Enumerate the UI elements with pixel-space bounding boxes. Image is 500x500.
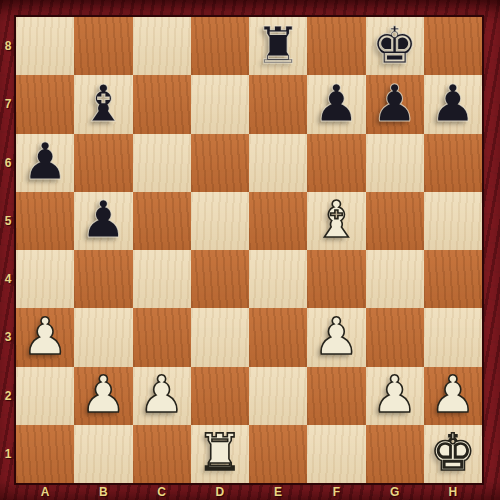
- square-g4[interactable]: [366, 250, 424, 308]
- square-f6[interactable]: [307, 134, 365, 192]
- square-c3[interactable]: [133, 308, 191, 366]
- file-label-g: G: [366, 483, 424, 500]
- square-b7[interactable]: ♝: [74, 75, 132, 133]
- square-b2[interactable]: ♟: [74, 367, 132, 425]
- square-e6[interactable]: [249, 134, 307, 192]
- square-f2[interactable]: [307, 367, 365, 425]
- square-c7[interactable]: [133, 75, 191, 133]
- square-d5[interactable]: [191, 192, 249, 250]
- square-h3[interactable]: [424, 308, 482, 366]
- file-label-h: H: [424, 483, 482, 500]
- square-g7[interactable]: ♟: [366, 75, 424, 133]
- square-h1[interactable]: ♚: [424, 425, 482, 483]
- rank-label-7: 7: [0, 75, 16, 133]
- square-h4[interactable]: [424, 250, 482, 308]
- piece-black-pawn[interactable]: ♟: [314, 78, 360, 129]
- chess-app: ♜♚♝♟♟♟♟♟♝♟♟♟♟♟♟♜♚ 87654321ABCDEFGH: [0, 0, 500, 500]
- square-c5[interactable]: [133, 192, 191, 250]
- square-h8[interactable]: [424, 17, 482, 75]
- piece-white-rook[interactable]: ♜: [197, 427, 243, 478]
- square-b5[interactable]: ♟: [74, 192, 132, 250]
- piece-black-pawn[interactable]: ♟: [81, 194, 127, 245]
- rank-label-5: 5: [0, 192, 16, 250]
- square-b1[interactable]: [74, 425, 132, 483]
- piece-black-rook[interactable]: ♜: [255, 20, 301, 71]
- square-c1[interactable]: [133, 425, 191, 483]
- square-g1[interactable]: [366, 425, 424, 483]
- square-d7[interactable]: [191, 75, 249, 133]
- piece-white-bishop[interactable]: ♝: [314, 194, 360, 245]
- square-c2[interactable]: ♟: [133, 367, 191, 425]
- rank-label-8: 8: [0, 17, 16, 75]
- square-d1[interactable]: ♜: [191, 425, 249, 483]
- square-e5[interactable]: [249, 192, 307, 250]
- square-b8[interactable]: [74, 17, 132, 75]
- rank-label-1: 1: [0, 425, 16, 483]
- square-d8[interactable]: [191, 17, 249, 75]
- square-e7[interactable]: [249, 75, 307, 133]
- square-b6[interactable]: [74, 134, 132, 192]
- piece-black-king[interactable]: ♚: [372, 20, 418, 71]
- square-e1[interactable]: [249, 425, 307, 483]
- rank-label-4: 4: [0, 250, 16, 308]
- square-c4[interactable]: [133, 250, 191, 308]
- square-a6[interactable]: ♟: [16, 134, 74, 192]
- file-label-d: D: [191, 483, 249, 500]
- file-label-a: A: [16, 483, 74, 500]
- piece-white-pawn[interactable]: ♟: [22, 311, 68, 362]
- square-f3[interactable]: ♟: [307, 308, 365, 366]
- file-label-e: E: [249, 483, 307, 500]
- rank-label-2: 2: [0, 367, 16, 425]
- piece-black-pawn[interactable]: ♟: [22, 136, 68, 187]
- file-label-f: F: [307, 483, 365, 500]
- piece-black-pawn[interactable]: ♟: [430, 78, 476, 129]
- square-f5[interactable]: ♝: [307, 192, 365, 250]
- square-g5[interactable]: [366, 192, 424, 250]
- square-d6[interactable]: [191, 134, 249, 192]
- piece-white-king[interactable]: ♚: [430, 427, 476, 478]
- square-e3[interactable]: [249, 308, 307, 366]
- square-a8[interactable]: [16, 17, 74, 75]
- square-e2[interactable]: [249, 367, 307, 425]
- square-c6[interactable]: [133, 134, 191, 192]
- square-d3[interactable]: [191, 308, 249, 366]
- square-d2[interactable]: [191, 367, 249, 425]
- square-f8[interactable]: [307, 17, 365, 75]
- piece-black-bishop[interactable]: ♝: [81, 78, 127, 129]
- square-c8[interactable]: [133, 17, 191, 75]
- square-a1[interactable]: [16, 425, 74, 483]
- square-a3[interactable]: ♟: [16, 308, 74, 366]
- square-a7[interactable]: [16, 75, 74, 133]
- square-b4[interactable]: [74, 250, 132, 308]
- square-g6[interactable]: [366, 134, 424, 192]
- square-g3[interactable]: [366, 308, 424, 366]
- piece-white-pawn[interactable]: ♟: [430, 369, 476, 420]
- piece-white-pawn[interactable]: ♟: [139, 369, 185, 420]
- piece-white-pawn[interactable]: ♟: [81, 369, 127, 420]
- file-label-c: C: [133, 483, 191, 500]
- square-f4[interactable]: [307, 250, 365, 308]
- square-h7[interactable]: ♟: [424, 75, 482, 133]
- square-h5[interactable]: [424, 192, 482, 250]
- rank-label-3: 3: [0, 308, 16, 366]
- square-h6[interactable]: [424, 134, 482, 192]
- square-f1[interactable]: [307, 425, 365, 483]
- square-a5[interactable]: [16, 192, 74, 250]
- square-d4[interactable]: [191, 250, 249, 308]
- file-label-b: B: [74, 483, 132, 500]
- square-e8[interactable]: ♜: [249, 17, 307, 75]
- piece-white-pawn[interactable]: ♟: [372, 369, 418, 420]
- square-a4[interactable]: [16, 250, 74, 308]
- square-f7[interactable]: ♟: [307, 75, 365, 133]
- piece-black-pawn[interactable]: ♟: [372, 78, 418, 129]
- square-h2[interactable]: ♟: [424, 367, 482, 425]
- chess-board: ♜♚♝♟♟♟♟♟♝♟♟♟♟♟♟♜♚: [16, 17, 482, 483]
- piece-white-pawn[interactable]: ♟: [314, 311, 360, 362]
- square-g2[interactable]: ♟: [366, 367, 424, 425]
- square-g8[interactable]: ♚: [366, 17, 424, 75]
- square-e4[interactable]: [249, 250, 307, 308]
- square-b3[interactable]: [74, 308, 132, 366]
- rank-label-6: 6: [0, 134, 16, 192]
- square-a2[interactable]: [16, 367, 74, 425]
